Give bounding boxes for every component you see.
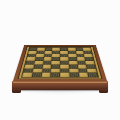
chess-board-photo (0, 0, 120, 120)
square-d1[interactable] (51, 73, 60, 77)
board-brass-border (18, 46, 103, 79)
square-e1[interactable] (60, 73, 69, 77)
frame-bevel-highlight (13, 82, 107, 83)
board-surface (13, 45, 107, 81)
board-grid (21, 47, 99, 77)
board-foot-right (99, 89, 108, 93)
square-h1[interactable] (88, 73, 98, 77)
board-foot-left (12, 89, 21, 93)
board-frame-front (12, 81, 108, 90)
square-c1[interactable] (41, 73, 51, 77)
